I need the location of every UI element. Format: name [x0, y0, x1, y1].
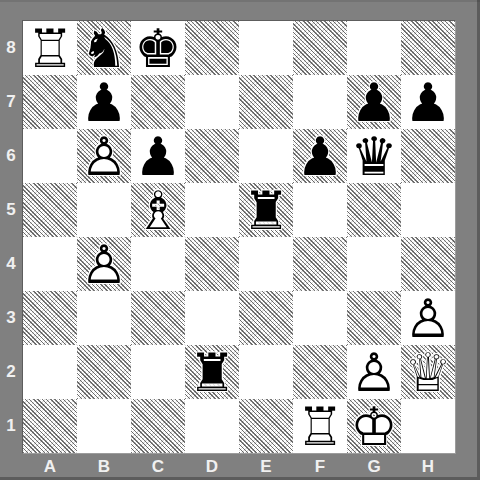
white-rook-outline: ♖ [293, 399, 347, 453]
black-queen[interactable]: ♛ [347, 129, 401, 183]
white-pawn-outline: ♙ [77, 237, 131, 291]
square-f8[interactable] [293, 21, 347, 75]
rank-label-3: 3 [0, 291, 22, 345]
square-g2[interactable]: ♟♙ [347, 345, 401, 399]
rank-label-7: 7 [0, 75, 22, 129]
square-b3[interactable] [77, 291, 131, 345]
square-e7[interactable] [239, 75, 293, 129]
white-bishop[interactable]: ♝♗ [131, 183, 185, 237]
square-b6[interactable]: ♟♙ [77, 129, 131, 183]
black-rook[interactable]: ♜ [239, 183, 293, 237]
square-a4[interactable] [23, 237, 77, 291]
rank-label-4: 4 [0, 237, 22, 291]
square-e4[interactable] [239, 237, 293, 291]
square-d3[interactable] [185, 291, 239, 345]
square-h7[interactable]: ♟ [401, 75, 455, 129]
square-f5[interactable] [293, 183, 347, 237]
square-d6[interactable] [185, 129, 239, 183]
file-label-g: G [347, 455, 401, 478]
square-b1[interactable] [77, 399, 131, 453]
square-h1[interactable] [401, 399, 455, 453]
black-pawn-glyph: ♟ [347, 75, 401, 129]
black-pawn-glyph: ♟ [401, 75, 455, 129]
white-rook[interactable]: ♜♖ [293, 399, 347, 453]
square-a8[interactable]: ♜♖ [23, 21, 77, 75]
black-pawn-glyph: ♟ [77, 75, 131, 129]
white-pawn-outline: ♙ [347, 345, 401, 399]
white-rook[interactable]: ♜♖ [23, 21, 77, 75]
black-knight[interactable]: ♞ [77, 21, 131, 75]
square-d1[interactable] [185, 399, 239, 453]
rank-labels: 87654321 [0, 21, 22, 453]
square-g7[interactable]: ♟ [347, 75, 401, 129]
square-c7[interactable] [131, 75, 185, 129]
white-queen[interactable]: ♛♕ [401, 345, 455, 399]
square-c1[interactable] [131, 399, 185, 453]
square-h4[interactable] [401, 237, 455, 291]
rank-label-8: 8 [0, 21, 22, 75]
square-f3[interactable] [293, 291, 347, 345]
black-pawn-glyph: ♟ [131, 129, 185, 183]
square-f2[interactable] [293, 345, 347, 399]
square-g8[interactable] [347, 21, 401, 75]
square-h6[interactable] [401, 129, 455, 183]
file-label-a: A [23, 455, 77, 478]
square-e1[interactable] [239, 399, 293, 453]
square-c2[interactable] [131, 345, 185, 399]
square-f1[interactable]: ♜♖ [293, 399, 347, 453]
white-pawn[interactable]: ♟♙ [77, 129, 131, 183]
square-h3[interactable]: ♟♙ [401, 291, 455, 345]
square-d4[interactable] [185, 237, 239, 291]
square-d7[interactable] [185, 75, 239, 129]
black-pawn[interactable]: ♟ [401, 75, 455, 129]
white-pawn-outline: ♙ [77, 129, 131, 183]
white-king[interactable]: ♚♔ [347, 399, 401, 453]
square-c8[interactable]: ♚ [131, 21, 185, 75]
white-bishop-outline: ♗ [131, 183, 185, 237]
square-e2[interactable] [239, 345, 293, 399]
square-b5[interactable] [77, 183, 131, 237]
square-g6[interactable]: ♛ [347, 129, 401, 183]
square-a1[interactable] [23, 399, 77, 453]
rank-label-6: 6 [0, 129, 22, 183]
square-a2[interactable] [23, 345, 77, 399]
square-a6[interactable] [23, 129, 77, 183]
square-c4[interactable] [131, 237, 185, 291]
square-f6[interactable]: ♟ [293, 129, 347, 183]
square-e5[interactable]: ♜ [239, 183, 293, 237]
file-label-c: C [131, 455, 185, 478]
file-label-d: D [185, 455, 239, 478]
chess-board-frame: 87654321 ♜♖♞♚♟♟♟♟♙♟♟♛♝♗♜♟♙♟♙♜♟♙♛♕♜♖♚♔ AB… [0, 0, 480, 480]
white-queen-outline: ♕ [401, 345, 455, 399]
rank-label-2: 2 [0, 345, 22, 399]
square-d2[interactable]: ♜ [185, 345, 239, 399]
square-e6[interactable] [239, 129, 293, 183]
rank-label-5: 5 [0, 183, 22, 237]
square-a3[interactable] [23, 291, 77, 345]
rank-label-1: 1 [0, 399, 22, 453]
square-b4[interactable]: ♟♙ [77, 237, 131, 291]
white-rook-outline: ♖ [23, 21, 77, 75]
square-b7[interactable]: ♟ [77, 75, 131, 129]
chess-board: ♜♖♞♚♟♟♟♟♙♟♟♛♝♗♜♟♙♟♙♜♟♙♛♕♜♖♚♔ [22, 20, 456, 454]
square-a7[interactable] [23, 75, 77, 129]
file-label-h: H [401, 455, 455, 478]
black-pawn[interactable]: ♟ [293, 129, 347, 183]
square-b8[interactable]: ♞ [77, 21, 131, 75]
square-g5[interactable] [347, 183, 401, 237]
square-c3[interactable] [131, 291, 185, 345]
square-h8[interactable] [401, 21, 455, 75]
file-label-b: B [77, 455, 131, 478]
square-d8[interactable] [185, 21, 239, 75]
black-king[interactable]: ♚ [131, 21, 185, 75]
square-e3[interactable] [239, 291, 293, 345]
file-label-f: F [293, 455, 347, 478]
file-label-e: E [239, 455, 293, 478]
black-king-glyph: ♚ [131, 21, 185, 75]
square-h5[interactable] [401, 183, 455, 237]
white-king-outline: ♔ [347, 399, 401, 453]
square-b2[interactable] [77, 345, 131, 399]
white-pawn[interactable]: ♟♙ [401, 291, 455, 345]
square-c5[interactable]: ♝♗ [131, 183, 185, 237]
square-e8[interactable] [239, 21, 293, 75]
black-rook-glyph: ♜ [239, 183, 293, 237]
square-d5[interactable] [185, 183, 239, 237]
square-g1[interactable]: ♚♔ [347, 399, 401, 453]
white-pawn[interactable]: ♟♙ [347, 345, 401, 399]
black-pawn-glyph: ♟ [293, 129, 347, 183]
black-pawn[interactable]: ♟ [131, 129, 185, 183]
white-pawn[interactable]: ♟♙ [77, 237, 131, 291]
black-pawn[interactable]: ♟ [77, 75, 131, 129]
square-f7[interactable] [293, 75, 347, 129]
square-c6[interactable]: ♟ [131, 129, 185, 183]
square-h2[interactable]: ♛♕ [401, 345, 455, 399]
black-knight-glyph: ♞ [77, 21, 131, 75]
square-a5[interactable] [23, 183, 77, 237]
black-queen-glyph: ♛ [347, 129, 401, 183]
square-g3[interactable] [347, 291, 401, 345]
black-pawn[interactable]: ♟ [347, 75, 401, 129]
square-g4[interactable] [347, 237, 401, 291]
white-pawn-outline: ♙ [401, 291, 455, 345]
black-rook-glyph: ♜ [185, 345, 239, 399]
black-rook[interactable]: ♜ [185, 345, 239, 399]
square-f4[interactable] [293, 237, 347, 291]
file-labels: ABCDEFGH [23, 455, 455, 478]
